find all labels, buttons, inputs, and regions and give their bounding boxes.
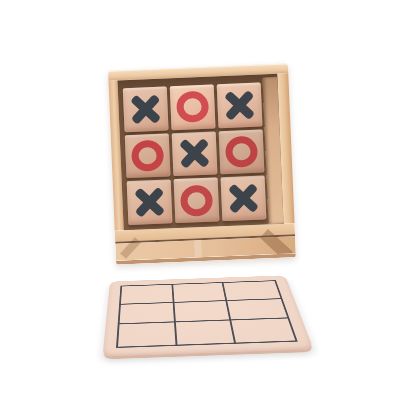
block-r1c2[interactable] (170, 84, 216, 129)
x-piece (226, 182, 261, 216)
lid-cell-r1c3[interactable] (224, 281, 281, 301)
blocks-grid (123, 82, 267, 225)
block-r2c2[interactable] (172, 131, 218, 176)
o-piece (131, 140, 164, 172)
o-piece (180, 184, 213, 216)
product-photo (0, 0, 400, 400)
lid-cell-r2c1[interactable] (120, 303, 176, 325)
block-r2c3[interactable] (219, 129, 265, 174)
lid-cell-r3c1[interactable] (118, 323, 177, 347)
x-piece (128, 92, 163, 126)
block-r1c3[interactable] (217, 82, 263, 127)
lid-cell-r2c2[interactable] (174, 301, 231, 323)
lid-cell-r1c1[interactable] (121, 285, 174, 305)
x-piece (177, 137, 212, 171)
lid-cell-r3c3[interactable] (232, 319, 296, 343)
lid-cell-r1c2[interactable] (173, 283, 228, 303)
lid-cell-r2c3[interactable] (227, 299, 287, 321)
o-piece (176, 91, 209, 123)
lid-perspective-wrap (87, 213, 314, 353)
lid-cell-r3c2[interactable] (176, 321, 237, 345)
lid-grid (116, 280, 298, 348)
block-r2c1[interactable] (125, 133, 171, 178)
block-r1c1[interactable] (123, 86, 169, 131)
x-piece (222, 88, 257, 122)
lid-board[interactable] (102, 275, 313, 356)
o-piece (225, 136, 258, 168)
box-opening (117, 74, 283, 231)
